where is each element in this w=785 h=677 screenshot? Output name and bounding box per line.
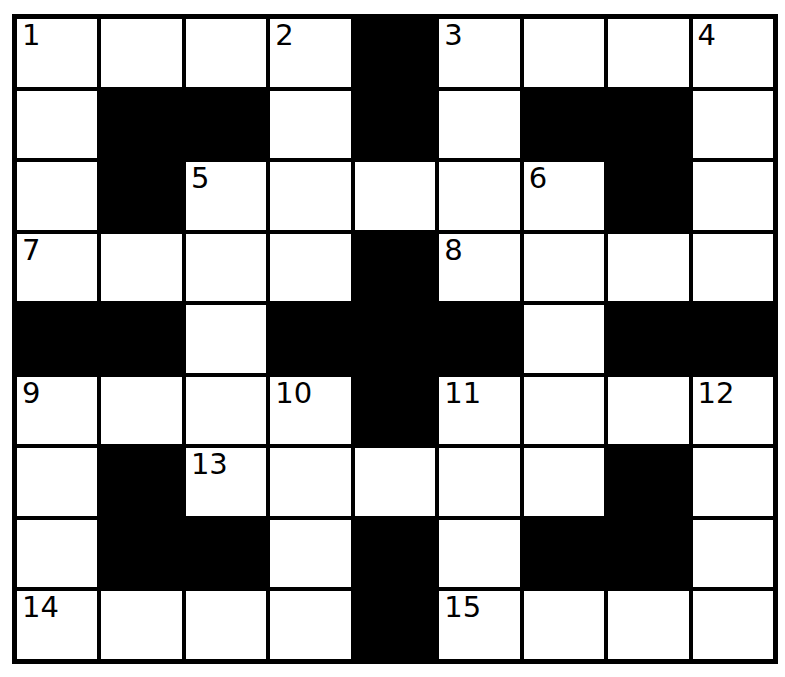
cell-r9c9[interactable] (693, 591, 773, 659)
cell-r3c8-block (608, 162, 688, 230)
cell-r5c6-block (439, 305, 519, 373)
clue-number-7: 7 (22, 235, 40, 265)
cell-r3c1[interactable] (17, 162, 97, 230)
cell-r9c5-block (355, 591, 435, 659)
cell-r6c8[interactable] (608, 377, 688, 445)
cell-r1c5-block (355, 19, 435, 87)
clue-number-9: 9 (22, 378, 40, 408)
clue-number-2: 2 (275, 20, 293, 50)
cell-r1c8[interactable] (608, 19, 688, 87)
cell-r7c1[interactable] (17, 448, 97, 516)
cell-r5c7[interactable] (524, 305, 604, 373)
cell-r1c2[interactable] (101, 19, 181, 87)
cell-r9c8[interactable] (608, 591, 688, 659)
cell-r6c5-block (355, 377, 435, 445)
cell-r3c9[interactable] (693, 162, 773, 230)
cell-r7c4[interactable] (270, 448, 350, 516)
cell-r4c2[interactable] (101, 234, 181, 302)
cell-r4c8[interactable] (608, 234, 688, 302)
cell-r1c6[interactable]: 3 (439, 19, 519, 87)
cell-r8c1[interactable] (17, 520, 97, 588)
clue-number-6: 6 (529, 163, 547, 193)
cell-r4c9[interactable] (693, 234, 773, 302)
cell-r2c8-block (608, 91, 688, 159)
cell-r3c2-block (101, 162, 181, 230)
cell-r8c8-block (608, 520, 688, 588)
cell-r1c1[interactable]: 1 (17, 19, 97, 87)
cell-r3c6[interactable] (439, 162, 519, 230)
cell-r6c2[interactable] (101, 377, 181, 445)
cell-r6c9[interactable]: 12 (693, 377, 773, 445)
cell-r9c2[interactable] (101, 591, 181, 659)
page: 123456789101112131415 (0, 0, 785, 677)
cell-r2c1[interactable] (17, 91, 97, 159)
cell-r6c4[interactable]: 10 (270, 377, 350, 445)
cell-r7c9[interactable] (693, 448, 773, 516)
cell-r6c7[interactable] (524, 377, 604, 445)
cell-r4c7[interactable] (524, 234, 604, 302)
cell-r9c3[interactable] (186, 591, 266, 659)
cell-r3c7[interactable]: 6 (524, 162, 604, 230)
cell-r1c4[interactable]: 2 (270, 19, 350, 87)
cell-r4c6[interactable]: 8 (439, 234, 519, 302)
clue-number-14: 14 (22, 592, 59, 622)
cell-r7c3[interactable]: 13 (186, 448, 266, 516)
clue-number-10: 10 (275, 378, 312, 408)
cell-r5c9-block (693, 305, 773, 373)
cell-r8c4[interactable] (270, 520, 350, 588)
cell-r2c6[interactable] (439, 91, 519, 159)
crossword-grid: 123456789101112131415 (12, 14, 778, 664)
cell-r2c3-block (186, 91, 266, 159)
clue-number-3: 3 (444, 20, 462, 50)
cell-r1c3[interactable] (186, 19, 266, 87)
cell-r3c5[interactable] (355, 162, 435, 230)
cell-r3c4[interactable] (270, 162, 350, 230)
cell-r4c4[interactable] (270, 234, 350, 302)
cell-r8c6[interactable] (439, 520, 519, 588)
cell-r9c7[interactable] (524, 591, 604, 659)
clue-number-11: 11 (444, 378, 481, 408)
clue-number-5: 5 (191, 163, 209, 193)
cell-r6c6[interactable]: 11 (439, 377, 519, 445)
cell-r7c7[interactable] (524, 448, 604, 516)
cell-r2c4[interactable] (270, 91, 350, 159)
cell-r4c5-block (355, 234, 435, 302)
cell-r6c3[interactable] (186, 377, 266, 445)
cell-r5c4-block (270, 305, 350, 373)
cell-r9c6[interactable]: 15 (439, 591, 519, 659)
clue-number-15: 15 (444, 592, 481, 622)
cell-r5c5-block (355, 305, 435, 373)
cell-r2c2-block (101, 91, 181, 159)
cell-r5c1-block (17, 305, 97, 373)
clue-number-8: 8 (444, 235, 462, 265)
cell-r6c1[interactable]: 9 (17, 377, 97, 445)
cell-r7c2-block (101, 448, 181, 516)
cell-r8c7-block (524, 520, 604, 588)
cell-r8c3-block (186, 520, 266, 588)
cell-r4c1[interactable]: 7 (17, 234, 97, 302)
cell-r4c3[interactable] (186, 234, 266, 302)
cell-r7c6[interactable] (439, 448, 519, 516)
cell-r9c4[interactable] (270, 591, 350, 659)
cell-r8c9[interactable] (693, 520, 773, 588)
cell-r5c3[interactable] (186, 305, 266, 373)
cell-r2c5-block (355, 91, 435, 159)
clue-number-1: 1 (22, 20, 40, 50)
cell-r8c2-block (101, 520, 181, 588)
cell-r5c8-block (608, 305, 688, 373)
clue-number-4: 4 (698, 20, 716, 50)
cell-r1c7[interactable] (524, 19, 604, 87)
cell-r7c8-block (608, 448, 688, 516)
cell-r2c7-block (524, 91, 604, 159)
cell-r9c1[interactable]: 14 (17, 591, 97, 659)
clue-number-12: 12 (698, 378, 735, 408)
cell-r8c5-block (355, 520, 435, 588)
cell-r2c9[interactable] (693, 91, 773, 159)
clue-number-13: 13 (191, 449, 228, 479)
cell-r5c2-block (101, 305, 181, 373)
cell-r7c5[interactable] (355, 448, 435, 516)
cell-r1c9[interactable]: 4 (693, 19, 773, 87)
cell-r3c3[interactable]: 5 (186, 162, 266, 230)
